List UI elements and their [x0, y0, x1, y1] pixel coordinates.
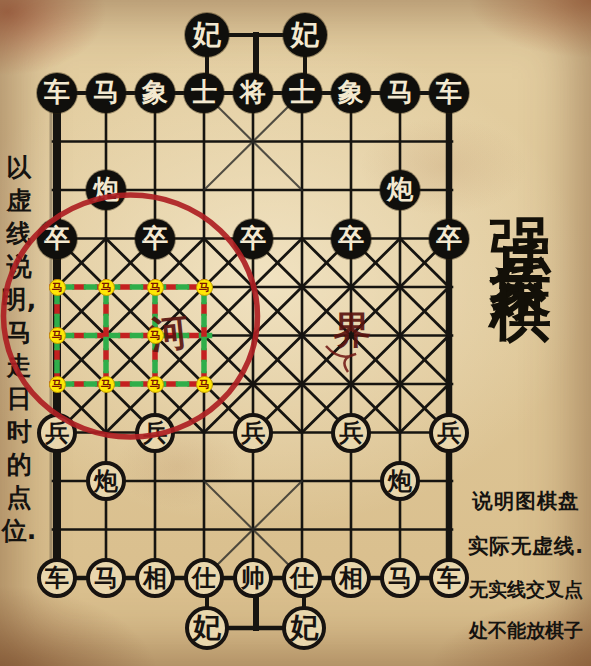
piece-red-马[interactable]: 马: [380, 558, 420, 598]
left-note-char: 虚: [1, 184, 37, 217]
piece-red-兵[interactable]: 兵: [37, 413, 77, 453]
piece-red-兵[interactable]: 兵: [331, 413, 371, 453]
piece-red-马[interactable]: 马: [86, 558, 126, 598]
piece-red-仕[interactable]: 仕: [184, 558, 224, 598]
left-note-char: 走: [1, 349, 37, 382]
horse-point-marker: 马: [196, 279, 213, 296]
piece-red-车[interactable]: 车: [37, 558, 77, 598]
left-note-char: 线: [1, 217, 37, 250]
left-note-char: 点: [1, 481, 37, 514]
left-note-char: 时: [1, 415, 37, 448]
left-note-char: 说: [1, 250, 37, 283]
piece-black-炮[interactable]: 炮: [380, 170, 420, 210]
piece-red-炮[interactable]: 炮: [86, 461, 126, 501]
piece-black-象[interactable]: 象: [135, 73, 175, 113]
piece-black-妃[interactable]: 妃: [185, 13, 229, 57]
piece-red-相[interactable]: 相: [331, 558, 371, 598]
horse-point-marker: 马: [147, 376, 164, 393]
right-note-line: 说明图棋盘: [463, 487, 589, 515]
left-note-char: 以: [1, 151, 37, 184]
piece-red-相[interactable]: 相: [135, 558, 175, 598]
river-label-jie: 界: [333, 311, 371, 349]
horse-point-marker: 马: [98, 279, 115, 296]
piece-black-将[interactable]: 将: [233, 73, 273, 113]
horse-point-marker: 马: [196, 376, 213, 393]
piece-black-卒[interactable]: 卒: [429, 219, 469, 259]
horse-point-marker: 马: [49, 376, 66, 393]
horse-point-marker: 马: [49, 279, 66, 296]
piece-black-士[interactable]: 士: [184, 73, 224, 113]
left-note-char: 马: [1, 316, 37, 349]
game-title: 强兵象棋: [483, 168, 556, 252]
piece-black-炮[interactable]: 炮: [86, 170, 126, 210]
piece-red-帅[interactable]: 帅: [233, 558, 273, 598]
left-note-char: 日: [1, 382, 37, 415]
piece-red-兵[interactable]: 兵: [429, 413, 469, 453]
piece-black-妃[interactable]: 妃: [283, 13, 327, 57]
piece-black-卒[interactable]: 卒: [233, 219, 273, 259]
horse-point-marker: 马: [49, 327, 66, 344]
piece-black-马[interactable]: 马: [86, 73, 126, 113]
piece-red-妃[interactable]: 妃: [185, 606, 229, 650]
right-annotation-text: 说明图棋盘 实际无虚线. 无实线交叉点 处不能放棋子: [463, 487, 589, 659]
horse-point-marker: 马: [98, 376, 115, 393]
left-note-char: 位.: [1, 514, 37, 547]
piece-red-炮[interactable]: 炮: [380, 461, 420, 501]
piece-black-马[interactable]: 马: [380, 73, 420, 113]
left-note-char: 明,: [1, 283, 37, 316]
piece-red-仕[interactable]: 仕: [282, 558, 322, 598]
right-note-line: 处不能放棋子: [463, 618, 589, 644]
piece-black-卒[interactable]: 卒: [331, 219, 371, 259]
board-diagram-page: 河 界 车马象士将士象马车炮炮卒卒卒卒卒妃妃兵兵兵兵兵炮炮车马相仕帅仕相马车妃妃…: [0, 0, 591, 666]
piece-red-兵[interactable]: 兵: [233, 413, 273, 453]
piece-black-车[interactable]: 车: [429, 73, 469, 113]
left-note-char: 的: [1, 448, 37, 481]
piece-black-士[interactable]: 士: [282, 73, 322, 113]
left-annotation-vertical-text: 以 虚 线 说 明, 马 走 日 时 的 点 位.: [1, 151, 37, 547]
horse-point-marker: 马: [147, 279, 164, 296]
piece-black-卒[interactable]: 卒: [135, 219, 175, 259]
right-note-line: 无实线交叉点: [463, 577, 589, 603]
piece-red-妃[interactable]: 妃: [282, 606, 326, 650]
piece-black-卒[interactable]: 卒: [37, 219, 77, 259]
piece-red-兵[interactable]: 兵: [135, 413, 175, 453]
piece-black-车[interactable]: 车: [37, 73, 77, 113]
horse-point-marker: 马: [147, 327, 164, 344]
piece-black-象[interactable]: 象: [331, 73, 371, 113]
right-note-line: 实际无虚线.: [463, 532, 589, 560]
